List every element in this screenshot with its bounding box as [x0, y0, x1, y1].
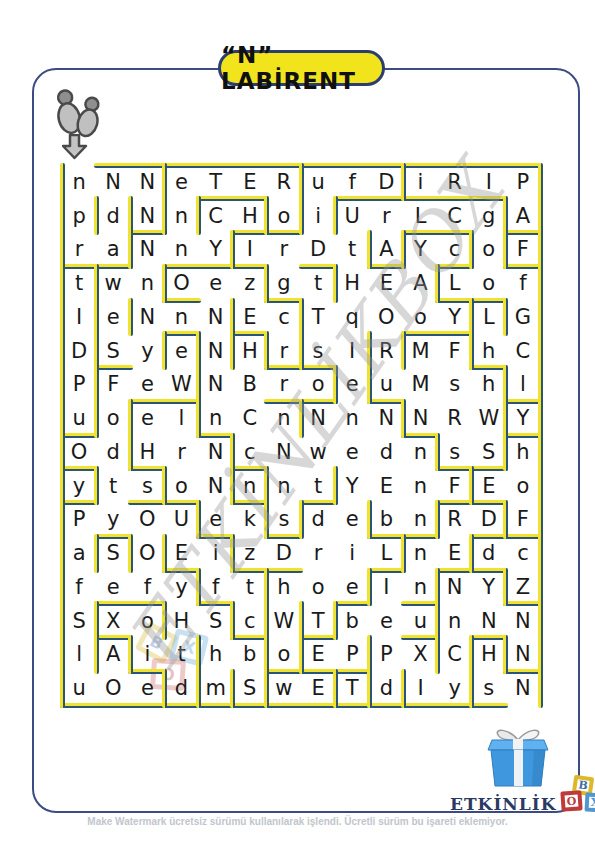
maze-cell-r9c12: s	[438, 435, 472, 469]
maze-cell-r11c14: F	[506, 503, 540, 537]
maze-cell-r12c8: r	[301, 536, 335, 570]
maze-cell-r7c5: N	[199, 368, 233, 402]
maze-cell-r2c13: g	[472, 199, 506, 233]
maze-wall-v	[128, 399, 133, 438]
maze-wall-h	[60, 466, 99, 471]
maze-cell-r8c5: n	[199, 401, 233, 435]
maze-cell-r1c12: R	[438, 165, 472, 199]
maze-cell-r12c1: a	[62, 536, 96, 570]
maze-cell-r11c3: O	[130, 503, 164, 537]
maze-cell-r8c13: W	[472, 401, 506, 435]
maze-cell-r15c11: X	[403, 638, 437, 672]
maze-wall-v	[162, 331, 167, 370]
maze-cell-r1c7: R	[267, 165, 301, 199]
maze-cell-r16c1: u	[62, 671, 96, 705]
maze-cell-r2c7: o	[267, 199, 301, 233]
maze-wall-v	[538, 534, 543, 573]
maze-cell-r11c10: b	[369, 503, 403, 537]
maze-wall-v	[230, 466, 235, 505]
maze-cell-r11c7: s	[267, 503, 301, 537]
maze-wall-v	[60, 264, 65, 303]
maze-wall-v	[196, 500, 201, 539]
maze-wall-v	[94, 365, 99, 404]
maze-cell-r12c3: O	[130, 536, 164, 570]
maze-cell-r5c1: I	[62, 300, 96, 334]
maze-cell-r13c10: I	[369, 570, 403, 604]
maze-wall-v	[230, 669, 235, 708]
maze-cell-r8c2: o	[96, 401, 130, 435]
maze-cell-r10c4: o	[164, 469, 198, 503]
maze-cell-r6c12: F	[438, 334, 472, 368]
maze-cell-r3c5: Y	[199, 233, 233, 267]
maze-wall-v	[128, 230, 133, 269]
maze-cell-r11c4: U	[164, 503, 198, 537]
maze-cell-r14c7: W	[267, 604, 301, 638]
maze-grid: nNNeTERufDiRIPpdNnCHoiUrLCgAraNnYIrDtAYc…	[62, 165, 540, 705]
maze-wall-v	[469, 635, 474, 674]
maze-wall-v	[435, 500, 440, 539]
logo-text: ETKİNLİK	[450, 794, 557, 814]
maze-cell-r4c4: O	[164, 266, 198, 300]
maze-cell-r1c13: I	[472, 165, 506, 199]
maze-cell-r9c1: O	[62, 435, 96, 469]
maze-cell-r6c13: h	[472, 334, 506, 368]
maze-cell-r4c2: w	[96, 266, 130, 300]
maze-cell-r8c7: n	[267, 401, 301, 435]
maze-cell-r14c4: H	[164, 604, 198, 638]
maze-cell-r11c11: n	[403, 503, 437, 537]
maze-wall-h	[264, 163, 303, 168]
maze-wall-v	[401, 230, 406, 269]
maze-cell-r6c2: S	[96, 334, 130, 368]
maze-cell-r6c4: e	[164, 334, 198, 368]
maze-wall-h	[333, 163, 372, 168]
maze-cell-r3c6: I	[233, 233, 267, 267]
maze-cell-r7c13: h	[472, 368, 506, 402]
maze-cell-r13c7: h	[267, 570, 301, 604]
maze-wall-h	[264, 568, 303, 573]
maze-wall-h	[469, 703, 508, 708]
maze-cell-r9c13: S	[472, 435, 506, 469]
maze-cell-r15c12: C	[438, 638, 472, 672]
maze-cell-r3c7: r	[267, 233, 301, 267]
maze-cell-r2c5: C	[199, 199, 233, 233]
maze-cell-r14c14: N	[506, 604, 540, 638]
maze-cell-r9c7: N	[267, 435, 301, 469]
maze-wall-v	[299, 635, 304, 674]
maze-wall-v	[94, 196, 99, 235]
maze-cell-r13c9: e	[335, 570, 369, 604]
maze-cell-r10c1: y	[62, 469, 96, 503]
maze-cell-r13c3: f	[130, 570, 164, 604]
maze-cell-r5c7: c	[267, 300, 301, 334]
gift-box-icon	[482, 726, 554, 792]
maze-cell-r13c11: n	[403, 570, 437, 604]
maze-wall-v	[264, 196, 269, 235]
maze-wall-v	[196, 635, 201, 674]
maze-wall-h	[162, 298, 201, 303]
maze-wall-h	[299, 635, 338, 640]
maze-wall-v	[503, 568, 508, 607]
maze-wall-v	[299, 399, 304, 438]
maze-wall-v	[230, 601, 235, 640]
maze-cell-r13c13: Y	[472, 570, 506, 604]
maze-cell-r6c9: I	[335, 334, 369, 368]
maze-cell-r4c12: L	[438, 266, 472, 300]
maze-cell-r4c11: A	[403, 266, 437, 300]
maze-wall-v	[162, 601, 167, 640]
maze-cell-r3c13: o	[472, 233, 506, 267]
maze-cell-r5c8: T	[301, 300, 335, 334]
maze-wall-v	[367, 635, 372, 674]
maze-wall-v	[503, 365, 508, 404]
maze-wall-h	[94, 365, 133, 370]
maze-wall-v	[264, 264, 269, 303]
maze-cell-r6c3: y	[130, 334, 164, 368]
maze-wall-v	[196, 365, 201, 404]
maze-cell-r2c3: N	[130, 199, 164, 233]
maze-cell-r7c3: e	[130, 368, 164, 402]
maze-wall-h	[299, 264, 338, 269]
maze-wall-v	[60, 669, 65, 708]
maze-cell-r7c2: F	[96, 368, 130, 402]
maze-cell-r9c9: e	[335, 435, 369, 469]
maze-cell-r7c1: P	[62, 368, 96, 402]
maze-wall-v	[503, 298, 508, 337]
maze-cell-r8c9: n	[335, 401, 369, 435]
maze-wall-v	[230, 331, 235, 370]
maze-wall-v	[469, 466, 474, 505]
maze-wall-v	[469, 230, 474, 269]
maze-cell-r4c1: t	[62, 266, 96, 300]
maze-cell-r12c11: n	[403, 536, 437, 570]
maze-cell-r5c3: N	[130, 300, 164, 334]
maze-cell-r10c5: N	[199, 469, 233, 503]
maze-wall-h	[503, 230, 542, 235]
maze-wall-h	[299, 703, 338, 708]
maze-cell-r1c14: P	[506, 165, 540, 199]
maze-cell-r16c6: S	[233, 671, 267, 705]
maze-wall-v	[503, 230, 508, 269]
maze-wall-v	[333, 196, 338, 235]
maze-cell-r9c4: r	[164, 435, 198, 469]
maze-wall-v	[401, 163, 406, 202]
maze-wall-v	[264, 331, 269, 370]
maze-cell-r2c6: H	[233, 199, 267, 233]
maze-wall-h	[299, 500, 338, 505]
maze-wall-v	[196, 196, 201, 235]
maze-cell-r10c14: o	[506, 469, 540, 503]
maze-wall-v	[299, 196, 304, 235]
maze-wall-v	[333, 264, 338, 303]
maze-wall-h	[264, 230, 303, 235]
maze-cell-r6c14: C	[506, 334, 540, 368]
maze-cell-r13c1: f	[62, 570, 96, 604]
maze-wall-v	[333, 601, 338, 640]
maze-cell-r4c8: t	[301, 266, 335, 300]
maze-cell-r1c11: i	[403, 165, 437, 199]
maze-cell-r12c6: z	[233, 536, 267, 570]
maze-cell-r6c10: R	[369, 334, 403, 368]
maze-wall-v	[230, 534, 235, 573]
maze-cell-r1c9: f	[335, 165, 369, 199]
maze-wall-v	[333, 365, 338, 404]
maze-cell-r13c2: e	[96, 570, 130, 604]
maze-cell-r12c13: d	[472, 536, 506, 570]
maze-cell-r4c14: f	[506, 266, 540, 300]
maze-wall-h	[503, 534, 542, 539]
maze-wall-v	[196, 399, 201, 438]
maze-wall-v	[162, 196, 167, 235]
maze-wall-h	[264, 298, 303, 303]
maze-cell-r2c8: i	[301, 199, 335, 233]
maze-cell-r8c11: N	[403, 401, 437, 435]
maze-wall-h	[94, 635, 133, 640]
maze-wall-h	[94, 703, 133, 708]
maze-wall-v	[538, 365, 543, 404]
maze-cell-r2c11: L	[403, 199, 437, 233]
maze-cell-r12c10: L	[369, 536, 403, 570]
maze-cell-r12c2: S	[96, 536, 130, 570]
maze-cell-r10c3: s	[130, 469, 164, 503]
maze-wall-v	[435, 433, 440, 472]
maze-cell-r2c12: C	[438, 199, 472, 233]
maze-wall-v	[435, 635, 440, 674]
maze-cell-r16c8: E	[301, 671, 335, 705]
maze-cell-r2c9: U	[335, 199, 369, 233]
maze-wall-v	[94, 264, 99, 303]
maze-cell-r8c14: Y	[506, 401, 540, 435]
maze-cell-r12c7: D	[267, 536, 301, 570]
maze-cell-r7c10: u	[369, 368, 403, 402]
maze-wall-v	[128, 635, 133, 674]
maze-cell-r11c6: k	[233, 503, 267, 537]
maze-cell-r11c12: R	[438, 503, 472, 537]
maze-wall-h	[94, 163, 133, 168]
maze-wall-h	[94, 601, 133, 606]
watermark-disclaimer: Make Watermark ücretsiz sürümü kullanıla…	[0, 816, 595, 827]
maze-cell-r14c10: e	[369, 604, 403, 638]
maze-cell-r12c4: E	[164, 536, 198, 570]
maze-cell-r11c5: e	[199, 503, 233, 537]
maze-wall-h	[333, 669, 372, 674]
maze-cell-r6c11: M	[403, 334, 437, 368]
maze-wall-h	[264, 399, 303, 404]
maze-wall-h	[264, 365, 303, 370]
maze-wall-v	[401, 331, 406, 370]
maze-cell-r8c10: N	[369, 401, 403, 435]
maze-cell-r6c7: r	[267, 334, 301, 368]
maze-cell-r16c12: y	[438, 671, 472, 705]
maze-wall-h	[60, 264, 99, 269]
maze-cell-r13c8: o	[301, 570, 335, 604]
maze-cell-r16c5: m	[199, 671, 233, 705]
maze-cell-r6c8: s	[301, 334, 335, 368]
maze-wall-h	[503, 433, 542, 438]
maze-wall-h	[503, 601, 542, 606]
maze-wall-v	[538, 500, 543, 539]
maze-wall-v	[299, 331, 304, 370]
maze-cell-r4c9: H	[335, 266, 369, 300]
maze-cell-r3c2: a	[96, 233, 130, 267]
maze-cell-r7c6: B	[233, 368, 267, 402]
maze-cell-r7c8: o	[301, 368, 335, 402]
maze-wall-v	[538, 264, 543, 303]
maze-cell-r15c13: H	[472, 638, 506, 672]
maze-cell-r2c2: d	[96, 199, 130, 233]
maze-cell-r1c10: D	[369, 165, 403, 199]
maze-cell-r16c7: w	[267, 671, 301, 705]
maze-cell-r13c4: y	[164, 570, 198, 604]
maze-cell-r15c9: P	[335, 638, 369, 672]
maze-cell-r2c14: A	[506, 199, 540, 233]
maze-wall-v	[503, 433, 508, 472]
maze-wall-v	[469, 534, 474, 573]
maze-cell-r12c5: i	[199, 536, 233, 570]
maze-cell-r10c12: F	[438, 469, 472, 503]
maze-cell-r3c1: r	[62, 233, 96, 267]
maze-cell-r1c8: u	[301, 165, 335, 199]
maze-cell-r10c7: n	[267, 469, 301, 503]
maze-cell-r5c2: e	[96, 300, 130, 334]
maze-cell-r5c6: E	[233, 300, 267, 334]
maze-cell-r3c11: Y	[403, 233, 437, 267]
maze-cell-r15c14: N	[506, 638, 540, 672]
maze-cell-r7c11: M	[403, 368, 437, 402]
maze-wall-v	[230, 230, 235, 269]
maze-wall-h	[503, 264, 542, 269]
maze-cell-r1c4: e	[164, 165, 198, 199]
maze-cell-r4c13: o	[472, 266, 506, 300]
maze-wall-v	[60, 500, 65, 539]
maze-cell-r3c12: c	[438, 233, 472, 267]
maze-cell-r9c10: d	[369, 435, 403, 469]
maze-cell-r5c14: G	[506, 300, 540, 334]
maze-cell-r7c14: l	[506, 368, 540, 402]
maze-cell-r10c11: n	[403, 469, 437, 503]
maze-cell-r3c9: t	[335, 233, 369, 267]
maze-cell-r3c10: A	[369, 233, 403, 267]
maze-wall-v	[367, 669, 372, 708]
maze-wall-v	[60, 635, 65, 674]
maze-wall-v	[128, 298, 133, 337]
maze-wall-h	[333, 601, 372, 606]
maze-cell-r7c9: e	[335, 368, 369, 402]
maze-wall-v	[128, 433, 133, 472]
maze-wall-h	[264, 703, 303, 708]
maze-cell-r12c9: i	[335, 536, 369, 570]
maze-cell-r8c4: l	[164, 401, 198, 435]
maze-wall-v	[162, 669, 167, 708]
maze-wall-v	[264, 500, 269, 539]
maze-cell-r8c3: e	[130, 401, 164, 435]
maze-cell-r4c7: g	[267, 266, 301, 300]
maze-wall-h	[94, 264, 133, 269]
maze-cell-r15c4: t	[164, 638, 198, 672]
maze-wall-v	[401, 669, 406, 708]
maze-cell-r8c6: C	[233, 401, 267, 435]
maze-cell-r13c14: Z	[506, 570, 540, 604]
maze-cell-r14c11: u	[403, 604, 437, 638]
maze-cell-r6c1: D	[62, 334, 96, 368]
maze-cell-r9c5: N	[199, 435, 233, 469]
maze-cell-r9c14: h	[506, 435, 540, 469]
maze-wall-h	[503, 399, 542, 404]
maze-wall-v	[94, 466, 99, 505]
maze-cell-r14c3: o	[130, 604, 164, 638]
maze-cell-r11c8: d	[301, 503, 335, 537]
maze-cell-r7c7: r	[267, 368, 301, 402]
maze-wall-v	[94, 534, 99, 573]
maze-cell-r14c8: T	[301, 604, 335, 638]
maze-cell-r7c4: W	[164, 368, 198, 402]
maze-wall-v	[333, 466, 338, 505]
maze-cell-r5c11: o	[403, 300, 437, 334]
maze-cell-r14c13: N	[472, 604, 506, 638]
maze-cell-r6c5: N	[199, 334, 233, 368]
maze-cell-r5c10: O	[369, 300, 403, 334]
maze-cell-r15c1: l	[62, 638, 96, 672]
maze-cell-r12c12: E	[438, 536, 472, 570]
maze-cell-r8c1: u	[62, 401, 96, 435]
maze-cell-r14c2: X	[96, 604, 130, 638]
maze-cell-r1c1: n	[62, 165, 96, 199]
maze-wall-v	[162, 534, 167, 573]
maze-cell-r7c12: s	[438, 368, 472, 402]
maze-cell-r15c7: o	[267, 638, 301, 672]
maze-wall-v	[94, 635, 99, 674]
maze-cell-r10c8: t	[301, 469, 335, 503]
maze-wall-v	[162, 466, 167, 505]
logo-block-o: O	[560, 790, 582, 811]
maze-wall-v	[538, 230, 543, 269]
maze-wall-h	[60, 703, 99, 708]
maze-cell-r10c9: Y	[335, 469, 369, 503]
maze-cell-r16c3: e	[130, 671, 164, 705]
maze-cell-r1c5: T	[199, 165, 233, 199]
maze-wall-h	[299, 669, 338, 674]
etkinlikbox-logo: ETKİNLİK B O X	[450, 784, 595, 814]
maze-wall-v	[401, 399, 406, 438]
maze-wall-h	[503, 163, 542, 168]
maze-wall-v	[264, 635, 269, 674]
maze-cell-r11c1: P	[62, 503, 96, 537]
maze-wall-v	[538, 635, 543, 674]
maze-cell-r16c9: T	[335, 671, 369, 705]
maze-cell-r9c8: w	[301, 435, 335, 469]
maze-cell-r14c6: c	[233, 604, 267, 638]
maze-cell-r15c6: b	[233, 638, 267, 672]
maze-cell-r15c5: h	[199, 638, 233, 672]
maze-cell-r14c5: S	[199, 604, 233, 638]
maze-wall-h	[94, 534, 133, 539]
maze-wall-v	[94, 399, 99, 438]
maze-cell-r16c11: I	[403, 671, 437, 705]
maze-cell-r2c4: n	[164, 199, 198, 233]
maze-cell-r5c12: Y	[438, 300, 472, 334]
maze-cell-r11c13: D	[472, 503, 506, 537]
maze-wall-v	[469, 669, 474, 708]
maze-wall-v	[196, 669, 201, 708]
maze-cell-r14c12: n	[438, 604, 472, 638]
maze-cell-r16c10: d	[369, 671, 403, 705]
maze-cell-r16c13: s	[472, 671, 506, 705]
maze-cell-r10c10: E	[369, 469, 403, 503]
maze-wall-v	[162, 264, 167, 303]
maze-wall-h	[264, 534, 303, 539]
maze-cell-r9c6: c	[233, 435, 267, 469]
maze-wall-v	[128, 534, 133, 573]
